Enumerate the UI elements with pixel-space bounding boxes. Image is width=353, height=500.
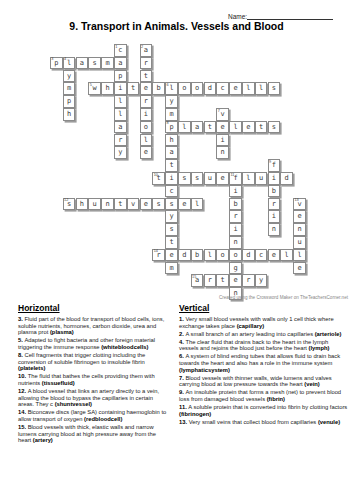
grid-cell[interactable]: b — [268, 185, 281, 198]
grid-cell[interactable]: n — [293, 223, 306, 236]
clue-number: 1 — [115, 45, 117, 49]
clue-item-answer: (artery) — [33, 437, 53, 443]
clue-item: 10. The fluid that bathes the cells prov… — [18, 373, 168, 386]
grid-cell[interactable]: a15 — [191, 274, 204, 287]
grid-cell[interactable]: h — [63, 108, 76, 121]
grid-cell[interactable]: r14 — [152, 249, 165, 262]
grid-cell[interactable]: l — [255, 82, 268, 95]
grid-cell[interactable]: f9 — [268, 159, 281, 172]
grid-cell[interactable]: o — [178, 82, 191, 95]
clue-number: 6 — [166, 83, 168, 87]
grid-cell[interactable]: s — [152, 198, 165, 211]
horizontal-clues-column: Horizontal 3. Fluid part of the blood fo… — [18, 303, 168, 445]
grid-cell[interactable]: n — [101, 198, 114, 211]
grid-cell[interactable]: i — [268, 172, 281, 185]
grid-cell[interactable]: y — [255, 274, 268, 287]
grid-cell[interactable]: c — [165, 185, 178, 198]
grid-cell[interactable]: n — [229, 236, 242, 249]
clue-item: 2. A small branch of an artery leading i… — [179, 331, 348, 338]
clue-item-answer: (lymphaticsystem) — [179, 367, 230, 373]
grid-cell[interactable]: u — [88, 198, 101, 211]
grid-cell[interactable]: e — [229, 82, 242, 95]
grid-cell[interactable]: v7 — [216, 108, 229, 121]
vertical-heading: Vertical — [179, 303, 348, 313]
grid-cell[interactable]: i — [229, 223, 242, 236]
clue-number: 13 — [294, 198, 298, 202]
grid-cell[interactable]: h — [165, 134, 178, 147]
grid-cell[interactable]: s — [165, 198, 178, 211]
grid-cell[interactable]: t — [165, 236, 178, 249]
clue-item-number: 11. — [179, 404, 188, 410]
grid-cell[interactable]: i — [114, 82, 127, 95]
grid-cell[interactable]: l — [280, 249, 293, 262]
grid-cell[interactable]: m — [165, 108, 178, 121]
clue-item: 11. A soluble protein that is converted … — [179, 404, 348, 417]
grid-cell[interactable]: u — [255, 172, 268, 185]
grid-cell[interactable]: s — [268, 82, 281, 95]
grid-cell[interactable]: r — [242, 274, 255, 287]
grid-cell[interactable]: a — [191, 121, 204, 134]
grid-cell[interactable]: l — [114, 95, 127, 108]
grid-cell[interactable]: t — [165, 159, 178, 172]
clue-item: 3. Fluid part of the blood for transport… — [18, 316, 168, 336]
grid-cell[interactable]: u — [204, 172, 217, 185]
grid-cell[interactable]: y — [63, 70, 76, 83]
grid-cell[interactable]: r — [204, 274, 217, 287]
grid-cell[interactable]: u — [293, 236, 306, 249]
clue-item-answer: (plasma) — [50, 329, 74, 335]
clue-number: 11 — [230, 173, 234, 177]
grid-cell[interactable]: g — [229, 262, 242, 275]
grid-cell[interactable]: b — [229, 198, 242, 211]
grid-cell[interactable]: e — [268, 249, 281, 262]
grid-cell[interactable]: l — [114, 108, 127, 121]
grid-cell[interactable]: e — [216, 172, 229, 185]
grid-cell[interactable]: o — [216, 249, 229, 262]
grid-cell[interactable]: e — [216, 121, 229, 134]
grid-cell[interactable]: s — [178, 172, 191, 185]
grid-cell[interactable]: r — [229, 210, 242, 223]
grid-cell[interactable]: l — [293, 249, 306, 262]
grid-cell[interactable]: s — [88, 57, 101, 70]
grid-cell[interactable]: i — [268, 210, 281, 223]
grid-cell[interactable]: e — [140, 146, 153, 159]
clue-item: 15. Blood vessels with thick, elastic wa… — [18, 424, 168, 444]
clue-item-answer: (fibrin) — [267, 396, 285, 402]
grid-cell[interactable]: s12 — [63, 198, 76, 211]
grid-cell[interactable]: v — [127, 198, 140, 211]
grid-cell[interactable]: h — [76, 198, 89, 211]
grid-cell[interactable]: d — [242, 249, 255, 262]
clue-item-number: 12. — [18, 388, 28, 394]
clue-item-answer: (lymph) — [309, 345, 330, 351]
clue-item-number: 15. — [18, 424, 28, 430]
grid-cell[interactable]: e — [140, 198, 153, 211]
clue-item-text: The clear fluid that drains back to the … — [179, 339, 328, 352]
clue-item: 1. Very small blood vessels with walls o… — [179, 316, 348, 329]
clue-item-answer: (platelets) — [18, 365, 45, 371]
grid-cell[interactable]: r — [268, 198, 281, 211]
grid-cell[interactable]: e — [293, 210, 306, 223]
grid-cell[interactable]: r — [114, 134, 127, 147]
clue-item-answer: (shuntvessel) — [55, 401, 92, 407]
grid-cell[interactable]: a — [114, 121, 127, 134]
grid-cell[interactable]: l — [204, 249, 217, 262]
clue-item-text: An insoluble protein that forms a mesh (… — [179, 389, 341, 402]
grid-cell[interactable]: m — [101, 57, 114, 70]
grid-cell[interactable]: n — [268, 223, 281, 236]
clue-item-number: 10. — [18, 373, 28, 379]
grid-cell[interactable]: h — [101, 82, 114, 95]
grid-cell[interactable]: o — [229, 249, 242, 262]
grid-cell[interactable]: v13 — [293, 198, 306, 211]
grid-cell[interactable]: m — [63, 82, 76, 95]
grid-cell[interactable]: o — [140, 121, 153, 134]
clue-item-answer: (capillary) — [237, 323, 264, 329]
grid-cell[interactable]: r — [140, 95, 153, 108]
grid-cell[interactable]: t — [127, 82, 140, 95]
grid-cell[interactable]: e — [140, 82, 153, 95]
grid-cell[interactable]: b — [191, 249, 204, 262]
grid-cell[interactable]: l — [140, 134, 153, 147]
clue-item-text: Cell fragments that trigger clotting inc… — [18, 352, 145, 365]
clue-item: 4. The clear fluid that drains back to t… — [179, 339, 348, 352]
grid-cell[interactable]: l — [229, 121, 242, 134]
grid-cell[interactable]: o — [191, 82, 204, 95]
grid-cell[interactable]: i — [216, 134, 229, 147]
grid-cell[interactable]: d — [204, 82, 217, 95]
clue-item-text: Very small veins that collect blood from… — [189, 419, 318, 425]
clue-item: 7. Blood vessels with thinner walls, wid… — [179, 375, 348, 388]
grid-cell[interactable]: d — [178, 249, 191, 262]
clue-item: 6. A system of blind ending tubes that a… — [179, 353, 348, 373]
grid-cell[interactable]: p — [63, 95, 76, 108]
clue-item: 13. Very small veins that collect blood … — [179, 419, 348, 426]
clue-number: 10 — [154, 173, 158, 177]
clue-item-answer: (vein) — [304, 381, 319, 387]
grid-cell[interactable]: e — [178, 198, 191, 211]
clue-number: 4 — [64, 57, 66, 61]
clue-number: 2 — [141, 45, 143, 49]
clue-item: 9. An insoluble protein that forms a mes… — [179, 389, 348, 402]
grid-cell[interactable]: l — [191, 198, 204, 211]
clue-number: 7 — [218, 109, 220, 113]
grid-cell[interactable]: e — [293, 262, 306, 275]
grid-cell[interactable]: c — [216, 82, 229, 95]
grid-cell[interactable]: n — [216, 146, 229, 159]
clue-item: 8. Cell fragments that trigger clotting … — [18, 352, 168, 372]
clue-item-answer: (venule) — [318, 419, 340, 425]
grid-cell[interactable]: c1 — [114, 44, 127, 57]
vertical-clue-list: 1. Very small blood vessels with walls o… — [179, 316, 348, 425]
grid-cell[interactable]: s — [165, 223, 178, 236]
grid-cell[interactable]: t — [140, 70, 153, 83]
grid-cell[interactable]: e — [165, 249, 178, 262]
clue-number: 15 — [192, 275, 196, 279]
grid-cell[interactable]: r — [140, 57, 153, 70]
clue-item-text: A small branch of an artery leading into… — [185, 331, 314, 337]
clue-item-answer: (arteriole) — [315, 331, 342, 337]
grid-cell[interactable]: s — [191, 172, 204, 185]
clue-item-answer: (fibrinogen) — [179, 411, 211, 417]
grid-cell[interactable]: e — [229, 274, 242, 287]
clue-item-text: A system of blind ending tubes that allo… — [179, 353, 340, 366]
grid-cell[interactable]: p — [114, 70, 127, 83]
clue-item-answer: (whitebloodcells) — [101, 344, 148, 350]
grid-cell[interactable]: c — [255, 249, 268, 262]
horizontal-heading: Horizontal — [18, 303, 168, 313]
credit-line: Created using the Crossword Maker on The… — [0, 295, 348, 300]
clues-section: Horizontal 3. Fluid part of the blood fo… — [18, 303, 348, 445]
grid-cell[interactable]: m — [165, 262, 178, 275]
grid-cell[interactable]: a — [114, 57, 127, 70]
grid-cell[interactable]: p8 — [165, 121, 178, 134]
vertical-clues-column: Vertical 1. Very small blood vessels wit… — [179, 303, 348, 445]
grid-cell[interactable]: t10 — [152, 172, 165, 185]
grid-cell[interactable]: y — [114, 146, 127, 159]
grid-cell[interactable]: t — [204, 121, 217, 134]
grid-cell[interactable]: i — [229, 185, 242, 198]
grid-cell[interactable]: l4 — [63, 57, 76, 70]
grid-cell[interactable]: t — [216, 274, 229, 287]
clue-item-text: Fluid part of the blood for transport of… — [18, 316, 164, 335]
grid-cell[interactable]: b — [152, 82, 165, 95]
grid-cell[interactable]: i — [140, 108, 153, 121]
clue-item: 14. Biconcave discs (large SA) containin… — [18, 409, 168, 422]
grid-cell[interactable]: t — [114, 198, 127, 211]
grid-cell[interactable]: e — [242, 121, 255, 134]
grid-cell[interactable]: y — [165, 210, 178, 223]
clue-item-text: A soluble protein that is converted into… — [188, 404, 347, 410]
clue-number: 5 — [90, 83, 92, 87]
grid-cell[interactable]: s — [268, 121, 281, 134]
clue-item-number: 14. — [18, 409, 28, 415]
clue-item-text: The fluid that bathes the cells providin… — [18, 373, 155, 386]
clue-number: 12 — [64, 198, 68, 202]
clue-item: 12. A blood vessel that links an artery … — [18, 388, 168, 408]
clue-item-number: 13. — [179, 419, 189, 425]
grid-cell[interactable]: a — [165, 146, 178, 159]
grid-cell[interactable]: l — [242, 82, 255, 95]
grid-cell[interactable]: i — [165, 172, 178, 185]
grid-cell[interactable]: l — [242, 172, 255, 185]
grid-cell[interactable]: w5 — [88, 82, 101, 95]
clue-item: 5. Adapted to fight bacteria and other f… — [18, 337, 168, 350]
grid-cell[interactable]: t — [255, 121, 268, 134]
clue-number: 8 — [166, 121, 168, 125]
grid-cell[interactable]: d — [280, 172, 293, 185]
clue-number: 9 — [269, 160, 271, 164]
grid-cell[interactable]: a2 — [140, 44, 153, 57]
grid-cell[interactable]: f11 — [229, 172, 242, 185]
clue-item-answer: (tissuefluid) — [42, 380, 75, 386]
grid-cell[interactable]: y — [165, 95, 178, 108]
crossword-board: c1a2p3l4asmaryptmw5hitebl6oodcellsplryhl… — [0, 0, 353, 300]
grid-cell[interactable]: l6 — [165, 82, 178, 95]
clue-item-answer: (redbloodcell) — [84, 416, 122, 422]
clue-number: 14 — [154, 249, 158, 253]
horizontal-clue-list: 3. Fluid part of the blood for transport… — [18, 316, 168, 444]
grid-cell[interactable]: a — [76, 57, 89, 70]
grid-cell[interactable]: l — [178, 121, 191, 134]
clue-number: 3 — [51, 57, 53, 61]
grid-cell[interactable]: p3 — [50, 57, 63, 70]
